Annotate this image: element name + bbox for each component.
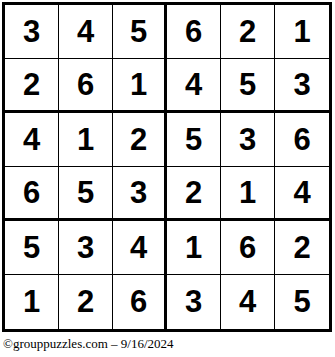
- copyright-credit: ©grouppuzzles.com – 9/16/2024: [2, 337, 333, 350]
- cell-r6c2: 2: [59, 275, 113, 329]
- cell-r3c1: 4: [5, 113, 59, 167]
- cell-r6c6: 5: [275, 275, 329, 329]
- cell-r3c3: 2: [113, 113, 167, 167]
- cell-r5c4: 1: [167, 221, 221, 275]
- cell-r5c1: 5: [5, 221, 59, 275]
- cell-r2c2: 6: [59, 59, 113, 113]
- cell-r2c5: 5: [221, 59, 275, 113]
- cell-r6c5: 4: [221, 275, 275, 329]
- cell-r2c3: 1: [113, 59, 167, 113]
- cell-r3c6: 6: [275, 113, 329, 167]
- cell-r2c4: 4: [167, 59, 221, 113]
- sudoku-board: 345621261453412536653214534162126345: [2, 2, 332, 332]
- cell-r1c6: 1: [275, 5, 329, 59]
- cell-r1c1: 3: [5, 5, 59, 59]
- cell-r6c4: 3: [167, 275, 221, 329]
- cell-r4c6: 4: [275, 167, 329, 221]
- cell-r4c3: 3: [113, 167, 167, 221]
- cell-r6c3: 6: [113, 275, 167, 329]
- cell-r3c5: 3: [221, 113, 275, 167]
- cell-r2c1: 2: [5, 59, 59, 113]
- cell-r5c6: 2: [275, 221, 329, 275]
- cell-r4c1: 6: [5, 167, 59, 221]
- cell-r4c5: 1: [221, 167, 275, 221]
- cell-r3c4: 5: [167, 113, 221, 167]
- cell-r2c6: 3: [275, 59, 329, 113]
- cell-r3c2: 1: [59, 113, 113, 167]
- cell-r1c4: 6: [167, 5, 221, 59]
- cell-r1c5: 2: [221, 5, 275, 59]
- cell-r4c2: 5: [59, 167, 113, 221]
- cell-r5c2: 3: [59, 221, 113, 275]
- cell-r1c3: 5: [113, 5, 167, 59]
- cell-r5c5: 6: [221, 221, 275, 275]
- cell-r4c4: 2: [167, 167, 221, 221]
- cell-r1c2: 4: [59, 5, 113, 59]
- cell-r6c1: 1: [5, 275, 59, 329]
- cell-r5c3: 4: [113, 221, 167, 275]
